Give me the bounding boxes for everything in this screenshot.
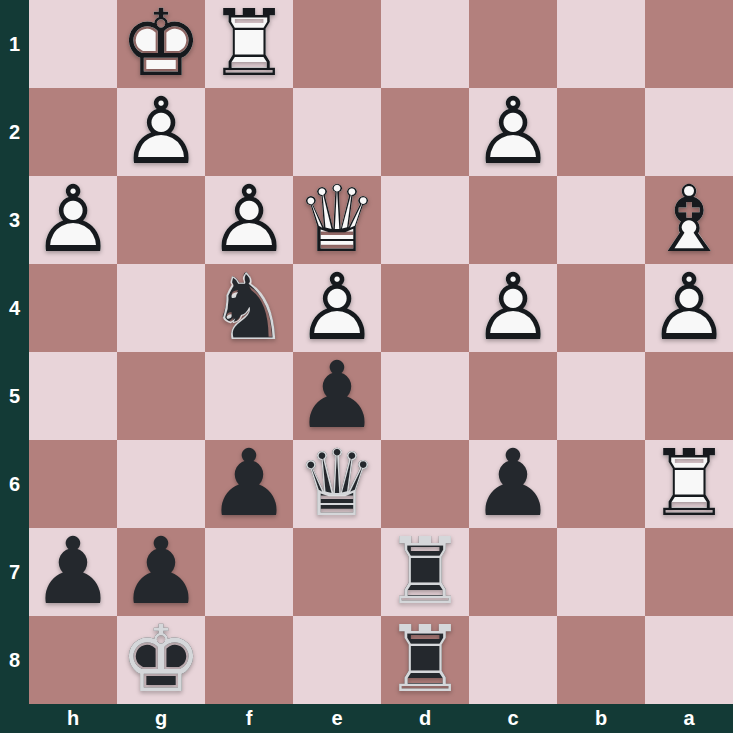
square-e1[interactable] — [293, 0, 381, 88]
square-d3[interactable] — [381, 176, 469, 264]
piece-black-pawn[interactable]: ♟ — [293, 352, 381, 440]
piece-white-pawn[interactable]: ♟♙ — [645, 264, 733, 352]
piece-white-pawn[interactable]: ♟♙ — [469, 264, 557, 352]
piece-white-bishop[interactable]: ♝♗ — [645, 176, 733, 264]
piece-white-pawn[interactable]: ♟♙ — [29, 176, 117, 264]
square-c2[interactable]: ♟♙ — [469, 88, 557, 176]
square-f4[interactable]: ♞♘ — [205, 264, 293, 352]
square-b2[interactable] — [557, 88, 645, 176]
black-pawn-glyph: ♟ — [29, 528, 117, 616]
square-d1[interactable] — [381, 0, 469, 88]
piece-black-pawn[interactable]: ♟ — [117, 528, 205, 616]
black-rook-outline: ♖ — [381, 528, 469, 616]
square-b4[interactable] — [557, 264, 645, 352]
white-bishop-outline: ♗ — [645, 176, 733, 264]
file-labels: hgfedcba — [29, 704, 733, 733]
square-e4[interactable]: ♟♙ — [293, 264, 381, 352]
square-d8[interactable]: ♜♖ — [381, 616, 469, 704]
square-e8[interactable] — [293, 616, 381, 704]
white-pawn-outline: ♙ — [29, 176, 117, 264]
piece-black-rook[interactable]: ♜♖ — [381, 528, 469, 616]
square-d7[interactable]: ♜♖ — [381, 528, 469, 616]
square-d4[interactable] — [381, 264, 469, 352]
piece-white-rook[interactable]: ♜♖ — [205, 0, 293, 88]
white-pawn-outline: ♙ — [645, 264, 733, 352]
square-f7[interactable] — [205, 528, 293, 616]
black-pawn-glyph: ♟ — [117, 528, 205, 616]
white-rook-outline: ♖ — [205, 0, 293, 88]
square-a6[interactable]: ♜♖ — [645, 440, 733, 528]
square-a4[interactable]: ♟♙ — [645, 264, 733, 352]
piece-white-king[interactable]: ♚♔ — [117, 0, 205, 88]
square-a2[interactable] — [645, 88, 733, 176]
rank-label-5: 5 — [0, 352, 29, 440]
file-label-e: e — [293, 704, 381, 733]
piece-black-king[interactable]: ♚♔ — [117, 616, 205, 704]
square-c3[interactable] — [469, 176, 557, 264]
square-g2[interactable]: ♟♙ — [117, 88, 205, 176]
piece-black-pawn[interactable]: ♟ — [205, 440, 293, 528]
file-label-f: f — [205, 704, 293, 733]
square-e6[interactable]: ♛♕ — [293, 440, 381, 528]
file-label-a: a — [645, 704, 733, 733]
square-a7[interactable] — [645, 528, 733, 616]
piece-white-rook[interactable]: ♜♖ — [645, 440, 733, 528]
chess-board[interactable]: ♚♔♜♖♟♙♟♙♟♙♟♙♛♕♝♗♞♘♟♙♟♙♟♙♟♟♛♕♟♜♖♟♟♜♖♚♔♜♖ — [29, 0, 733, 704]
square-g7[interactable]: ♟ — [117, 528, 205, 616]
piece-black-rook[interactable]: ♜♖ — [381, 616, 469, 704]
square-h6[interactable] — [29, 440, 117, 528]
square-g4[interactable] — [117, 264, 205, 352]
piece-black-knight[interactable]: ♞♘ — [205, 264, 293, 352]
black-knight-outline: ♘ — [205, 264, 293, 352]
square-g3[interactable] — [117, 176, 205, 264]
square-g1[interactable]: ♚♔ — [117, 0, 205, 88]
piece-black-pawn[interactable]: ♟ — [29, 528, 117, 616]
white-pawn-outline: ♙ — [469, 88, 557, 176]
square-f6[interactable]: ♟ — [205, 440, 293, 528]
square-f1[interactable]: ♜♖ — [205, 0, 293, 88]
piece-white-pawn[interactable]: ♟♙ — [117, 88, 205, 176]
black-queen-outline: ♕ — [293, 440, 381, 528]
square-d5[interactable] — [381, 352, 469, 440]
piece-white-queen[interactable]: ♛♕ — [293, 176, 381, 264]
square-h2[interactable] — [29, 88, 117, 176]
file-label-c: c — [469, 704, 557, 733]
square-h4[interactable] — [29, 264, 117, 352]
square-h3[interactable]: ♟♙ — [29, 176, 117, 264]
square-f8[interactable] — [205, 616, 293, 704]
rank-label-3: 3 — [0, 176, 29, 264]
square-h5[interactable] — [29, 352, 117, 440]
rank-labels: 12345678 — [0, 0, 29, 704]
square-c7[interactable] — [469, 528, 557, 616]
square-h8[interactable] — [29, 616, 117, 704]
file-label-d: d — [381, 704, 469, 733]
square-g5[interactable] — [117, 352, 205, 440]
rank-label-8: 8 — [0, 616, 29, 704]
piece-black-pawn[interactable]: ♟ — [469, 440, 557, 528]
square-b1[interactable] — [557, 0, 645, 88]
square-e7[interactable] — [293, 528, 381, 616]
black-rook-outline: ♖ — [381, 616, 469, 704]
square-b6[interactable] — [557, 440, 645, 528]
white-king-outline: ♔ — [117, 0, 205, 88]
chess-board-frame: 12345678 ♚♔♜♖♟♙♟♙♟♙♟♙♛♕♝♗♞♘♟♙♟♙♟♙♟♟♛♕♟♜♖… — [0, 0, 733, 733]
white-pawn-outline: ♙ — [205, 176, 293, 264]
square-b7[interactable] — [557, 528, 645, 616]
rank-label-4: 4 — [0, 264, 29, 352]
file-label-g: g — [117, 704, 205, 733]
rank-label-1: 1 — [0, 0, 29, 88]
square-h1[interactable] — [29, 0, 117, 88]
square-e5[interactable]: ♟ — [293, 352, 381, 440]
square-b8[interactable] — [557, 616, 645, 704]
square-d6[interactable] — [381, 440, 469, 528]
rank-label-2: 2 — [0, 88, 29, 176]
square-h7[interactable]: ♟ — [29, 528, 117, 616]
square-a5[interactable] — [645, 352, 733, 440]
square-e2[interactable] — [293, 88, 381, 176]
black-pawn-glyph: ♟ — [205, 440, 293, 528]
square-a8[interactable] — [645, 616, 733, 704]
file-label-b: b — [557, 704, 645, 733]
square-c5[interactable] — [469, 352, 557, 440]
black-king-outline: ♔ — [117, 616, 205, 704]
piece-black-queen[interactable]: ♛♕ — [293, 440, 381, 528]
square-f5[interactable] — [205, 352, 293, 440]
black-pawn-glyph: ♟ — [469, 440, 557, 528]
square-b5[interactable] — [557, 352, 645, 440]
piece-white-pawn[interactable]: ♟♙ — [293, 264, 381, 352]
square-a3[interactable]: ♝♗ — [645, 176, 733, 264]
square-e3[interactable]: ♛♕ — [293, 176, 381, 264]
white-pawn-outline: ♙ — [117, 88, 205, 176]
black-pawn-glyph: ♟ — [293, 352, 381, 440]
square-f2[interactable] — [205, 88, 293, 176]
white-pawn-outline: ♙ — [293, 264, 381, 352]
square-g6[interactable] — [117, 440, 205, 528]
piece-white-pawn[interactable]: ♟♙ — [469, 88, 557, 176]
white-rook-outline: ♖ — [645, 440, 733, 528]
square-c6[interactable]: ♟ — [469, 440, 557, 528]
square-b3[interactable] — [557, 176, 645, 264]
square-c8[interactable] — [469, 616, 557, 704]
piece-white-pawn[interactable]: ♟♙ — [205, 176, 293, 264]
square-g8[interactable]: ♚♔ — [117, 616, 205, 704]
rank-label-6: 6 — [0, 440, 29, 528]
rank-label-7: 7 — [0, 528, 29, 616]
square-f3[interactable]: ♟♙ — [205, 176, 293, 264]
white-pawn-outline: ♙ — [469, 264, 557, 352]
square-c1[interactable] — [469, 0, 557, 88]
square-c4[interactable]: ♟♙ — [469, 264, 557, 352]
square-d2[interactable] — [381, 88, 469, 176]
file-label-h: h — [29, 704, 117, 733]
white-queen-outline: ♕ — [293, 176, 381, 264]
square-a1[interactable] — [645, 0, 733, 88]
